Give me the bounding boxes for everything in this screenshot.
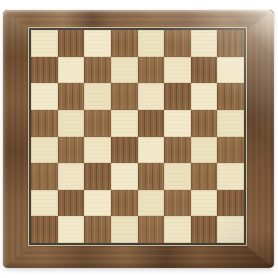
string-inlay-border — [28, 27, 247, 246]
frame-right — [247, 10, 274, 268]
square-g8 — [191, 30, 218, 57]
square-c2 — [84, 190, 111, 217]
pinstripe-inlay-border — [29, 28, 246, 245]
square-d4 — [111, 137, 138, 164]
square-e5 — [138, 110, 165, 137]
square-f1 — [164, 216, 191, 243]
square-e2 — [138, 190, 165, 217]
square-g7 — [191, 57, 218, 84]
square-d8 — [111, 30, 138, 57]
square-c4 — [84, 137, 111, 164]
square-g4 — [191, 137, 218, 164]
square-b1 — [58, 216, 85, 243]
square-g1 — [191, 216, 218, 243]
square-a4 — [31, 137, 58, 164]
square-f4 — [164, 137, 191, 164]
square-d5 — [111, 110, 138, 137]
square-e3 — [138, 163, 165, 190]
square-a2 — [31, 190, 58, 217]
square-a6 — [31, 83, 58, 110]
square-a3 — [31, 163, 58, 190]
square-f3 — [164, 163, 191, 190]
square-b2 — [58, 190, 85, 217]
square-e1 — [138, 216, 165, 243]
frame-left — [3, 10, 31, 268]
square-b3 — [58, 163, 85, 190]
square-c6 — [84, 83, 111, 110]
square-h1 — [217, 216, 244, 243]
square-e8 — [138, 30, 165, 57]
square-e6 — [138, 83, 165, 110]
square-b8 — [58, 30, 85, 57]
square-d2 — [111, 190, 138, 217]
square-g2 — [191, 190, 218, 217]
square-d6 — [111, 83, 138, 110]
square-d1 — [111, 216, 138, 243]
square-a7 — [31, 57, 58, 84]
square-h5 — [217, 110, 244, 137]
square-h2 — [217, 190, 244, 217]
square-g6 — [191, 83, 218, 110]
square-a5 — [31, 110, 58, 137]
square-f7 — [164, 57, 191, 84]
square-f2 — [164, 190, 191, 217]
square-c7 — [84, 57, 111, 84]
square-c8 — [84, 30, 111, 57]
frame-bottom — [3, 246, 274, 268]
square-f6 — [164, 83, 191, 110]
square-c5 — [84, 110, 111, 137]
chessboard — [3, 10, 274, 268]
square-a1 — [31, 216, 58, 243]
square-b6 — [58, 83, 85, 110]
square-g5 — [191, 110, 218, 137]
square-b5 — [58, 110, 85, 137]
square-c3 — [84, 163, 111, 190]
square-e7 — [138, 57, 165, 84]
square-d7 — [111, 57, 138, 84]
square-b7 — [58, 57, 85, 84]
square-e4 — [138, 137, 165, 164]
square-f8 — [164, 30, 191, 57]
square-h8 — [217, 30, 244, 57]
square-h3 — [217, 163, 244, 190]
square-c1 — [84, 216, 111, 243]
square-h4 — [217, 137, 244, 164]
square-d3 — [111, 163, 138, 190]
square-f5 — [164, 110, 191, 137]
playing-field — [31, 30, 244, 243]
square-h6 — [217, 83, 244, 110]
square-h7 — [217, 57, 244, 84]
square-b4 — [58, 137, 85, 164]
square-a8 — [31, 30, 58, 57]
square-g3 — [191, 163, 218, 190]
photo-background — [0, 0, 278, 278]
